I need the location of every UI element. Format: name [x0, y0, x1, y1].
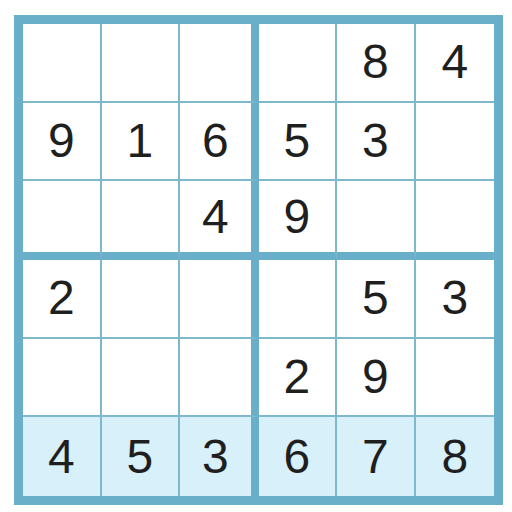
- cell-r2c1[interactable]: 9: [23, 103, 102, 182]
- cell-r6c1[interactable]: 4: [23, 417, 102, 496]
- cell-r1c4[interactable]: [259, 24, 338, 103]
- cell-r4c5[interactable]: 5: [337, 260, 416, 339]
- cell-r4c2[interactable]: [102, 260, 181, 339]
- cell-r2c6[interactable]: [416, 103, 495, 182]
- cell-r4c3[interactable]: [180, 260, 259, 339]
- cell-r1c3[interactable]: [180, 24, 259, 103]
- cell-r6c4[interactable]: 6: [259, 417, 338, 496]
- cell-r3c2[interactable]: [102, 181, 181, 260]
- sudoku-board: 84916534925329453678: [14, 15, 503, 505]
- cell-r2c2[interactable]: 1: [102, 103, 181, 182]
- cell-r2c5[interactable]: 3: [337, 103, 416, 182]
- cell-r2c3[interactable]: 6: [180, 103, 259, 182]
- cell-r4c4[interactable]: [259, 260, 338, 339]
- cell-r3c1[interactable]: [23, 181, 102, 260]
- cell-r1c2[interactable]: [102, 24, 181, 103]
- cell-r6c3[interactable]: 3: [180, 417, 259, 496]
- cell-r6c6[interactable]: 8: [416, 417, 495, 496]
- cell-r3c4[interactable]: 9: [259, 181, 338, 260]
- cell-r1c5[interactable]: 8: [337, 24, 416, 103]
- cell-r3c3[interactable]: 4: [180, 181, 259, 260]
- cell-r5c3[interactable]: [180, 339, 259, 418]
- cell-r1c6[interactable]: 4: [416, 24, 495, 103]
- cell-r1c1[interactable]: [23, 24, 102, 103]
- cell-r5c5[interactable]: 9: [337, 339, 416, 418]
- cell-r6c5[interactable]: 7: [337, 417, 416, 496]
- cell-r4c1[interactable]: 2: [23, 260, 102, 339]
- cell-r3c5[interactable]: [337, 181, 416, 260]
- cell-r3c6[interactable]: [416, 181, 495, 260]
- cell-r2c4[interactable]: 5: [259, 103, 338, 182]
- cell-r5c4[interactable]: 2: [259, 339, 338, 418]
- cell-r4c6[interactable]: 3: [416, 260, 495, 339]
- cell-r5c1[interactable]: [23, 339, 102, 418]
- cell-r5c2[interactable]: [102, 339, 181, 418]
- cell-r5c6[interactable]: [416, 339, 495, 418]
- cell-r6c2[interactable]: 5: [102, 417, 181, 496]
